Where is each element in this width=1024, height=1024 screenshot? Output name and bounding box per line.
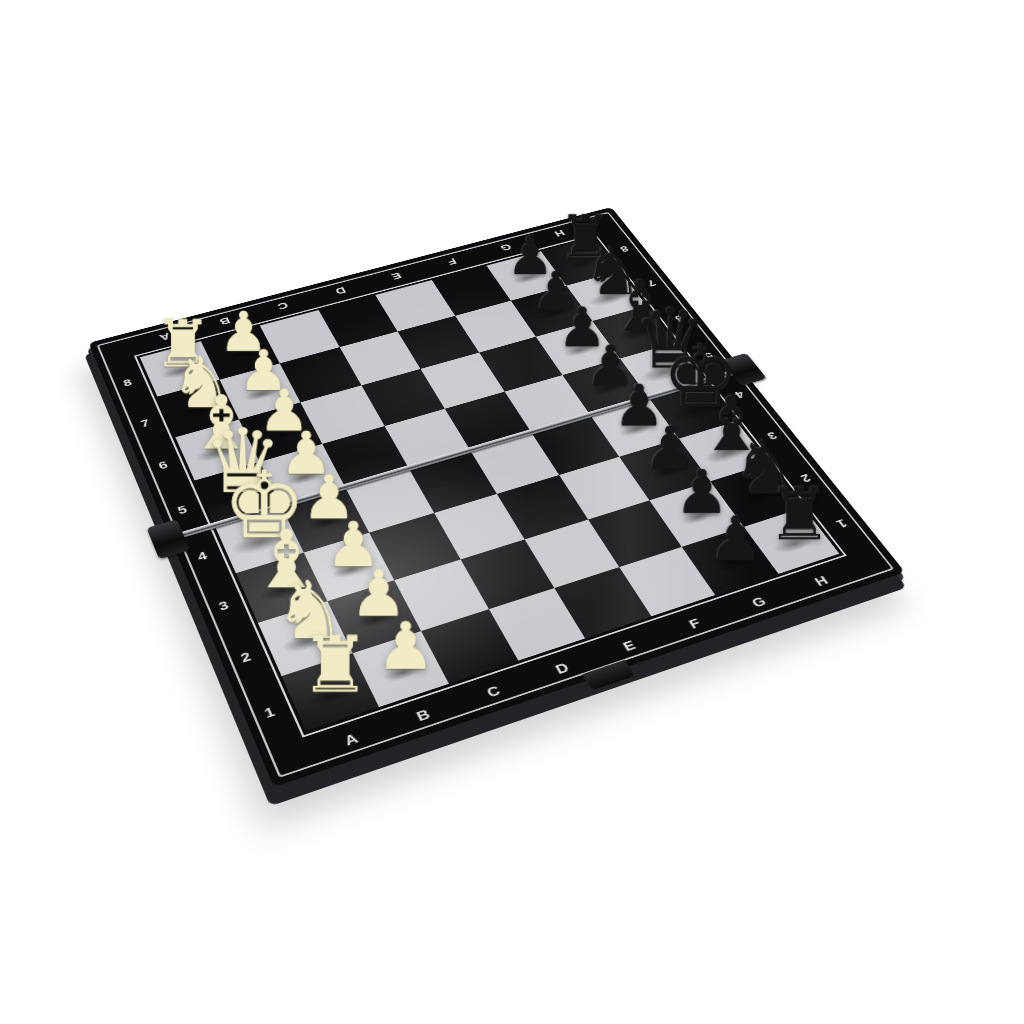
- piece-white-rook-a1: ♜: [300, 626, 370, 704]
- product-photo-background: AABBCCDDEEFFGGHH1122334455667788 ♜♟♞♟♝♟♟…: [0, 0, 1024, 1024]
- chess-board-case: AABBCCDDEEFFGGHH1122334455667788 ♜♟♞♟♝♟♟…: [89, 207, 905, 787]
- piece-black-rook-h1: ♜: [767, 479, 832, 551]
- pieces-layer: ♜♟♞♟♝♟♟♜♛♟♟♞♚♟♟♝♝♟♟♛♞♟♟♚♜♟♟♝♟♞♟♜: [89, 207, 905, 787]
- piece-black-pawn-g1: ♟: [708, 508, 764, 570]
- piece-white-pawn-b1: ♟: [376, 613, 435, 679]
- perspective-scene: AABBCCDDEEFFGGHH1122334455667788 ♜♟♞♟♝♟♟…: [0, 0, 1024, 1024]
